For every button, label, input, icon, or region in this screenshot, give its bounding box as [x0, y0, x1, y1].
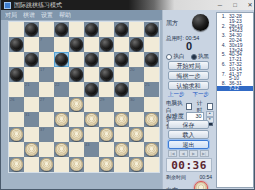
app-window: 国际跳棋练习模式 ─ □ ✕ 对局棋谱设置帮助 7172021222526272…: [0, 0, 255, 190]
white-piece[interactable]: [55, 143, 68, 156]
board-square-dark[interactable]: [39, 157, 54, 172]
black-piece[interactable]: [100, 38, 113, 51]
draughts-board: 7172021222526272930313743: [9, 22, 159, 172]
black-piece[interactable]: [130, 38, 143, 51]
file-button-3[interactable]: 退出: [168, 140, 209, 149]
square-number: 25: [145, 82, 149, 87]
board-square-light: [9, 82, 24, 97]
black-move: 7-12: [229, 86, 239, 91]
square-number: 37: [40, 127, 44, 132]
black-piece[interactable]: [145, 23, 158, 36]
board-square-light: [39, 22, 54, 37]
board-square-dark[interactable]: [99, 37, 114, 52]
black-piece[interactable]: [70, 68, 83, 81]
black-piece[interactable]: [115, 23, 128, 36]
replay-nav-buttons: |◀◀▶▶|: [168, 150, 209, 157]
black-piece[interactable]: [85, 23, 98, 36]
board-square-dark[interactable]: [129, 37, 144, 52]
board-square-light: [54, 127, 69, 142]
file-button-1[interactable]: 保存: [168, 120, 209, 129]
checkbox-box-icon[interactable]: [186, 103, 192, 110]
black-piece[interactable]: [100, 68, 113, 81]
board-square-light: [114, 37, 129, 52]
action-button-3[interactable]: 认输求和: [168, 81, 209, 90]
square-number: 29: [100, 97, 104, 102]
board-square-dark[interactable]: [54, 22, 69, 37]
side-radio-1[interactable]: 执白: [166, 53, 185, 60]
replay-nav-button-1-icon[interactable]: |◀: [168, 150, 177, 157]
board-square-light: [129, 112, 144, 127]
replay-nav-button-4-icon[interactable]: ▶|: [200, 150, 209, 157]
board-square-light: [9, 52, 24, 67]
white-piece[interactable]: [130, 158, 143, 171]
board-square-dark[interactable]: [99, 67, 114, 82]
board-square-dark[interactable]: [9, 157, 24, 172]
black-piece[interactable]: [10, 68, 23, 81]
board-square-dark[interactable]: [99, 127, 114, 142]
board-square-light: [114, 157, 129, 172]
board-square-dark[interactable]: 7: [39, 37, 54, 52]
white-piece[interactable]: [100, 128, 113, 141]
black-piece[interactable]: [85, 83, 98, 96]
board-square-light: [39, 82, 54, 97]
board-square-dark[interactable]: 25: [144, 82, 159, 97]
board-square-dark[interactable]: 20: [129, 67, 144, 82]
board-square-light: [114, 67, 129, 82]
window-title: 国际跳棋练习模式: [14, 1, 62, 10]
board-square-light: [99, 112, 114, 127]
board-square-light: [129, 22, 144, 37]
square-number: 26: [10, 97, 14, 102]
black-piece[interactable]: [10, 38, 23, 51]
black-capture-count: 0: [163, 40, 215, 52]
window-controls: ─ □ ✕: [216, 0, 254, 10]
minimize-button-icon[interactable]: ─: [216, 0, 224, 10]
board-square-light: [129, 142, 144, 157]
white-piece[interactable]: [40, 158, 53, 171]
radio-dot-icon: [166, 54, 172, 60]
square-number: 17: [40, 67, 44, 72]
board-square-light: [144, 97, 159, 112]
board-square-light: [69, 22, 84, 37]
board-square-light: [24, 67, 39, 82]
board-square-dark[interactable]: [144, 112, 159, 127]
white-piece[interactable]: [55, 113, 68, 126]
square-number: 7: [40, 37, 42, 42]
board-square-dark[interactable]: [9, 67, 24, 82]
white-piece[interactable]: [25, 143, 38, 156]
board-square-light: [24, 127, 39, 142]
board-square-dark[interactable]: 17: [39, 67, 54, 82]
board-square-dark[interactable]: 43: [84, 142, 99, 157]
board-square-light: [39, 112, 54, 127]
square-number: 31: [25, 112, 29, 117]
white-piece[interactable]: [130, 128, 143, 141]
action-button-2[interactable]: 悔棋一步: [168, 71, 209, 80]
board-square-light: [99, 142, 114, 157]
side-radio-group: 执白执黑: [166, 53, 209, 60]
title-bar: 国际跳棋练习模式 ─ □ ✕: [1, 0, 255, 10]
radio-dot-icon: [191, 54, 197, 60]
white-piece[interactable]: [145, 143, 158, 156]
white-piece[interactable]: [70, 128, 83, 141]
white-piece[interactable]: [85, 113, 98, 126]
black-piece[interactable]: [70, 38, 83, 51]
board-square-light: [99, 82, 114, 97]
board-square-light: [114, 97, 129, 112]
board-square-dark[interactable]: [84, 22, 99, 37]
white-piece[interactable]: [100, 158, 113, 171]
board-square-dark[interactable]: [9, 127, 24, 142]
board-square-dark[interactable]: [84, 112, 99, 127]
white-side-label: 白方: [166, 186, 178, 190]
square-number: 27: [40, 97, 44, 102]
black-player-row: 黑方: [166, 14, 212, 34]
board-frame: 7172021222526272930313743: [1, 20, 162, 190]
board-square-dark[interactable]: [144, 22, 159, 37]
board-square-light: [69, 142, 84, 157]
board-square-light: [54, 97, 69, 112]
board-square-dark[interactable]: 21: [24, 82, 39, 97]
black-side-label: 黑方: [166, 19, 178, 28]
board-square-dark[interactable]: 37: [39, 127, 54, 142]
board-square-light: [84, 97, 99, 112]
square-number: 20: [130, 67, 134, 72]
board-square-dark[interactable]: [114, 142, 129, 157]
board-square-dark[interactable]: [144, 142, 159, 157]
board-square-light: [84, 127, 99, 142]
close-button-icon[interactable]: ✕: [246, 0, 254, 10]
white-piece[interactable]: [10, 128, 23, 141]
board-square-dark[interactable]: [54, 142, 69, 157]
app-icon: [4, 2, 11, 9]
control-panel: 黑方 总用时: 00:54 0 执白执黑 开始对局悔棋一步认输求和 上一步下一步…: [162, 10, 214, 190]
board-square-dark[interactable]: [9, 37, 24, 52]
board-square-light: [129, 52, 144, 67]
board-square-light: [84, 67, 99, 82]
board-square-dark[interactable]: 29: [99, 97, 114, 112]
board-square-dark[interactable]: [114, 22, 129, 37]
board-square-dark[interactable]: [114, 52, 129, 67]
board-square-dark[interactable]: [69, 127, 84, 142]
board-square-dark[interactable]: [24, 142, 39, 157]
board-square-dark[interactable]: 30: [129, 97, 144, 112]
black-piece[interactable]: [115, 53, 128, 66]
side-radio-2[interactable]: 执黑: [191, 53, 210, 60]
maximize-button-icon[interactable]: □: [231, 0, 239, 10]
checkbox-box-icon[interactable]: [207, 103, 213, 110]
board-square-dark[interactable]: [69, 37, 84, 52]
board-square-dark[interactable]: [84, 52, 99, 67]
board-square-light: [69, 112, 84, 127]
file-button-2[interactable]: 载入: [168, 130, 209, 139]
board-square-dark[interactable]: 31: [24, 112, 39, 127]
board-square-light: [39, 52, 54, 67]
board-square-light: [144, 127, 159, 142]
board-square-light: [54, 37, 69, 52]
board-square-light: [9, 112, 24, 127]
board-square-light: [114, 127, 129, 142]
board-square-light: [24, 37, 39, 52]
white-player-row: 白方: [166, 180, 212, 190]
white-piece[interactable]: [10, 158, 23, 171]
board-square-light: [24, 157, 39, 172]
board-square-dark[interactable]: [114, 82, 129, 97]
board-square-light: [39, 142, 54, 157]
black-piece-indicator-icon: [192, 14, 209, 31]
board-square-light: [69, 82, 84, 97]
board-square-light: [84, 37, 99, 52]
black-piece[interactable]: [145, 53, 158, 66]
white-piece-turn-indicator-icon: [194, 181, 208, 190]
board-square-light: [9, 142, 24, 157]
white-piece[interactable]: [70, 158, 83, 171]
white-clock-box: 00:36: [166, 158, 212, 172]
board-square-dark[interactable]: 22: [54, 82, 69, 97]
replay-nav-button-3-icon[interactable]: ▶: [189, 150, 198, 157]
white-piece[interactable]: [70, 98, 83, 111]
board-square-light: [9, 22, 24, 37]
board-square-dark[interactable]: [144, 52, 159, 67]
board-square-dark[interactable]: [54, 52, 69, 67]
board-square-dark[interactable]: [129, 157, 144, 172]
move-list-area: 1.32-2819-232.28x1914x233.34-3020-244.30…: [214, 10, 255, 190]
black-piece[interactable]: [25, 23, 38, 36]
square-number: 22: [55, 82, 59, 87]
white-clock: 00:36: [171, 159, 207, 172]
black-piece[interactable]: [85, 53, 98, 66]
white-piece[interactable]: [145, 113, 158, 126]
board-square-light: [54, 157, 69, 172]
menu-item-3[interactable]: 设置: [41, 11, 53, 20]
white-piece[interactable]: [115, 143, 128, 156]
board-square-light: [69, 52, 84, 67]
board-square-dark[interactable]: 27: [39, 97, 54, 112]
board-square-dark[interactable]: [24, 22, 39, 37]
board-square-dark[interactable]: [24, 52, 39, 67]
black-piece[interactable]: [115, 83, 128, 96]
menu-item-2[interactable]: 棋谱: [23, 11, 35, 20]
menu-item-4[interactable]: 帮助: [59, 11, 71, 20]
board-square-dark[interactable]: [69, 97, 84, 112]
replay-nav-button-2-icon[interactable]: ◀: [179, 150, 188, 157]
board-square-dark[interactable]: 26: [9, 97, 24, 112]
menu-item-1[interactable]: 对局: [5, 11, 17, 20]
board-square-light: [144, 157, 159, 172]
board-square-light: [24, 97, 39, 112]
board-square-light: [54, 67, 69, 82]
board-square-light: [144, 67, 159, 82]
board-square-dark[interactable]: [69, 67, 84, 82]
board-square-light: [129, 82, 144, 97]
square-number: 43: [85, 142, 89, 147]
square-number: 21: [25, 82, 29, 87]
black-piece[interactable]: [25, 53, 38, 66]
black-piece[interactable]: [55, 23, 68, 36]
board-square-dark[interactable]: [99, 157, 114, 172]
board-square-dark[interactable]: [69, 157, 84, 172]
square-number: 30: [130, 97, 134, 102]
board-square-dark[interactable]: [54, 112, 69, 127]
menu-bar: 对局棋谱设置帮助: [1, 10, 162, 20]
move-list[interactable]: 1.32-2819-232.28x1914x233.34-3020-244.30…: [216, 12, 254, 188]
board-square-dark[interactable]: [129, 127, 144, 142]
spinner-up-icon[interactable]: ▲: [206, 111, 214, 117]
board-square-dark[interactable]: [84, 82, 99, 97]
radio-label: 执白: [174, 53, 185, 60]
board-square-light: [84, 157, 99, 172]
radio-label: 执黑: [198, 53, 209, 60]
board-square-light: [99, 52, 114, 67]
board-square-light: [99, 22, 114, 37]
move-row-selected[interactable]: 7-12: [217, 86, 253, 91]
board-square-dark[interactable]: [114, 112, 129, 127]
action-button-1[interactable]: 开始对局: [168, 61, 209, 70]
move-number: [217, 86, 226, 91]
board-square-light: [144, 37, 159, 52]
white-piece[interactable]: [115, 113, 128, 126]
black-piece[interactable]: [55, 53, 68, 66]
